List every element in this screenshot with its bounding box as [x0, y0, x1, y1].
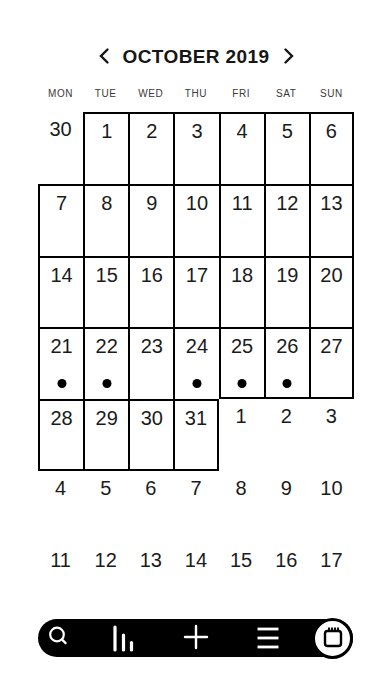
- event-dot: [102, 379, 111, 388]
- day-cell[interactable]: 24: [173, 327, 218, 399]
- weekday-label-sun: SUN: [309, 88, 354, 100]
- day-number: 22: [96, 334, 118, 358]
- day-number: 1: [236, 404, 247, 428]
- day-cell[interactable]: 10: [173, 184, 218, 256]
- day-number: 12: [95, 548, 117, 572]
- day-number: 30: [141, 406, 163, 430]
- weekday-label-sat: SAT: [264, 88, 309, 100]
- day-cell[interactable]: 4: [38, 471, 83, 543]
- day-cell[interactable]: 7: [173, 471, 218, 543]
- day-cell[interactable]: 3: [173, 112, 218, 184]
- day-number: 27: [320, 334, 342, 358]
- day-cell[interactable]: 20: [309, 256, 354, 328]
- day-number: 10: [320, 476, 342, 500]
- day-cell[interactable]: 1: [83, 112, 128, 184]
- day-cell[interactable]: 9: [128, 184, 173, 256]
- day-number: 14: [50, 263, 72, 287]
- day-number: 31: [185, 406, 207, 430]
- day-cell[interactable]: 28: [38, 399, 83, 471]
- day-cell[interactable]: 1: [219, 399, 264, 471]
- day-number: 23: [141, 334, 163, 358]
- day-cell[interactable]: 10: [309, 471, 354, 543]
- day-number: 16: [141, 263, 163, 287]
- add-button[interactable]: [180, 622, 212, 654]
- day-cell[interactable]: 6: [128, 471, 173, 543]
- weekday-label-thu: THU: [173, 88, 218, 100]
- day-cell[interactable]: 13: [309, 184, 354, 256]
- day-number: 5: [100, 476, 111, 500]
- next-month-button[interactable]: [275, 44, 301, 70]
- weekday-label-fri: FRI: [219, 88, 264, 100]
- day-cell[interactable]: 9: [264, 471, 309, 543]
- day-number: 8: [101, 191, 112, 215]
- hamburger-icon: [252, 622, 284, 657]
- day-cell[interactable]: 17: [309, 543, 354, 615]
- weekday-label-tue: TUE: [83, 88, 128, 100]
- day-number: 21: [50, 334, 72, 358]
- day-number: 10: [186, 191, 208, 215]
- day-number: 17: [186, 263, 208, 287]
- day-number: 15: [230, 548, 252, 572]
- day-number: 30: [49, 117, 71, 141]
- day-cell[interactable]: 12: [264, 184, 309, 256]
- chevron-right-icon: [279, 47, 297, 68]
- day-number: 5: [282, 119, 293, 143]
- month-title: OCTOBER 2019: [0, 43, 392, 71]
- day-cell[interactable]: 8: [219, 471, 264, 543]
- day-cell[interactable]: 14: [38, 256, 83, 328]
- bar-chart-icon: [107, 621, 139, 656]
- day-cell[interactable]: 26: [264, 327, 309, 399]
- search-button[interactable]: [43, 622, 75, 654]
- day-number: 29: [96, 406, 118, 430]
- event-dot: [57, 379, 66, 388]
- day-number: 12: [276, 191, 298, 215]
- day-cell[interactable]: 5: [264, 112, 309, 184]
- day-cell[interactable]: 15: [219, 543, 264, 615]
- day-cell[interactable]: 2: [128, 112, 173, 184]
- day-cell[interactable]: 17: [173, 256, 218, 328]
- day-number: 20: [320, 263, 342, 287]
- menu-button[interactable]: [252, 623, 284, 655]
- day-cell[interactable]: 12: [83, 543, 128, 615]
- day-number: 6: [326, 119, 337, 143]
- day-number: 3: [326, 404, 337, 428]
- day-cell[interactable]: 31: [173, 399, 218, 471]
- day-cell[interactable]: 30: [38, 112, 83, 184]
- day-number: 3: [191, 119, 202, 143]
- day-number: 9: [281, 476, 292, 500]
- day-number: 2: [281, 404, 292, 428]
- day-cell[interactable]: 13: [128, 543, 173, 615]
- search-icon: [45, 623, 73, 654]
- day-cell[interactable]: 19: [264, 256, 309, 328]
- day-cell[interactable]: 18: [219, 256, 264, 328]
- day-number: 13: [140, 548, 162, 572]
- day-cell[interactable]: 5: [83, 471, 128, 543]
- weekday-label-wed: WED: [128, 88, 173, 100]
- day-cell[interactable]: 27: [309, 327, 354, 399]
- day-cell[interactable]: 6: [309, 112, 354, 184]
- day-cell[interactable]: 3: [309, 399, 354, 471]
- day-cell[interactable]: 30: [128, 399, 173, 471]
- day-cell[interactable]: 16: [264, 543, 309, 615]
- event-dot: [192, 379, 201, 388]
- day-number: 7: [56, 191, 67, 215]
- weekday-label-mon: MON: [38, 88, 83, 100]
- day-number: 11: [232, 191, 253, 215]
- day-cell[interactable]: 25: [219, 327, 264, 399]
- day-cell[interactable]: 11: [219, 184, 264, 256]
- weekday-row: MON TUE WED THU FRI SAT SUN: [38, 88, 354, 100]
- day-number: 7: [190, 476, 201, 500]
- day-number: 1: [101, 119, 112, 143]
- plus-icon: [180, 621, 212, 656]
- month-header: OCTOBER 2019: [0, 43, 392, 71]
- day-cell[interactable]: 15: [83, 256, 128, 328]
- day-cell[interactable]: 2: [264, 399, 309, 471]
- day-number: 9: [146, 191, 157, 215]
- stats-button[interactable]: [107, 622, 139, 654]
- day-cell[interactable]: 8: [83, 184, 128, 256]
- day-number: 14: [185, 548, 207, 572]
- day-number: 11: [50, 548, 71, 572]
- day-number: 18: [231, 263, 253, 287]
- notepad-icon: [320, 624, 346, 653]
- day-number: 15: [96, 263, 118, 287]
- day-cell[interactable]: 22: [83, 327, 128, 399]
- day-cell[interactable]: 14: [173, 543, 218, 615]
- day-number: 4: [237, 119, 248, 143]
- day-cell[interactable]: 21: [38, 327, 83, 399]
- day-number: 4: [55, 476, 66, 500]
- day-number: 17: [320, 548, 342, 572]
- day-number: 16: [275, 548, 297, 572]
- event-dot: [283, 379, 292, 388]
- day-cell[interactable]: 23: [128, 327, 173, 399]
- day-cell[interactable]: 11: [38, 543, 83, 615]
- event-dot: [238, 379, 247, 388]
- bottom-toolbar: [38, 619, 353, 657]
- calendar-screen: OCTOBER 2019 MON TUE WED THU FRI SAT SUN…: [0, 0, 392, 696]
- day-number: 6: [145, 476, 156, 500]
- day-cell[interactable]: 4: [219, 112, 264, 184]
- day-number: 26: [276, 334, 298, 358]
- day-number: 25: [231, 334, 253, 358]
- day-cell[interactable]: 7: [38, 184, 83, 256]
- day-number: 2: [146, 119, 157, 143]
- day-number: 28: [50, 406, 72, 430]
- day-cell[interactable]: 16: [128, 256, 173, 328]
- day-number: 19: [276, 263, 298, 287]
- day-number: 8: [236, 476, 247, 500]
- month-grid: 3012345678910111213141516171819202122232…: [38, 112, 354, 615]
- day-number: 24: [186, 334, 208, 358]
- calendar-button[interactable]: [312, 618, 353, 659]
- day-cell[interactable]: 29: [83, 399, 128, 471]
- day-number: 13: [320, 191, 342, 215]
